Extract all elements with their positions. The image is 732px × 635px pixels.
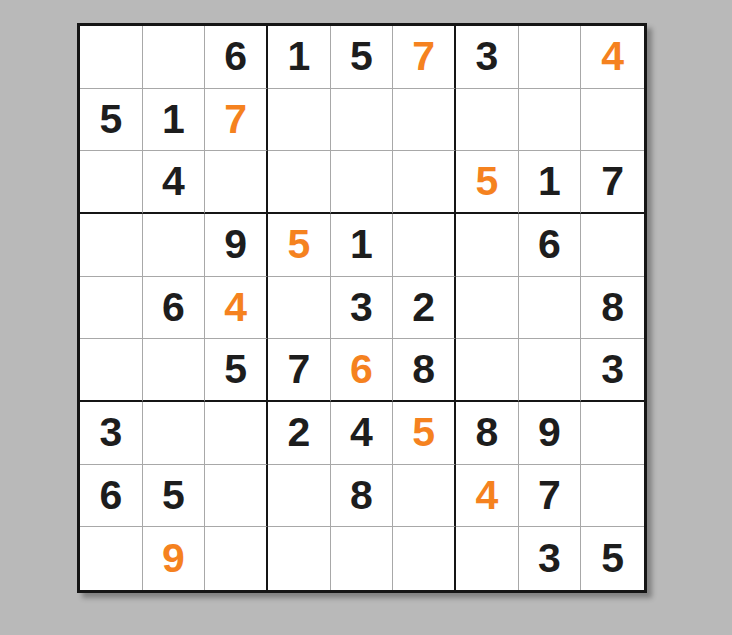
cell-r6c5[interactable]: 6	[331, 339, 394, 402]
cell-r4c1[interactable]	[80, 214, 143, 277]
cell-r7c2[interactable]	[143, 402, 206, 465]
cell-r2c1[interactable]: 5	[80, 89, 143, 152]
cell-r4c8[interactable]: 6	[519, 214, 582, 277]
cell-r8c2[interactable]: 5	[143, 465, 206, 528]
cell-r3c1[interactable]	[80, 151, 143, 214]
cell-r3c8[interactable]: 1	[519, 151, 582, 214]
page-background: 6157345174517951664328576833245896584793…	[0, 0, 732, 635]
cell-r6c7[interactable]	[456, 339, 519, 402]
cell-r4c5[interactable]: 1	[331, 214, 394, 277]
cell-r4c4[interactable]: 5	[268, 214, 331, 277]
cell-r1c4[interactable]: 1	[268, 26, 331, 89]
cell-r2c8[interactable]	[519, 89, 582, 152]
cell-r1c5[interactable]: 5	[331, 26, 394, 89]
cell-r8c3[interactable]	[205, 465, 268, 528]
cell-r1c8[interactable]	[519, 26, 582, 89]
cell-r2c4[interactable]	[268, 89, 331, 152]
sudoku-board: 6157345174517951664328576833245896584793…	[77, 23, 647, 593]
cell-r6c1[interactable]	[80, 339, 143, 402]
cell-r9c8[interactable]: 3	[519, 527, 582, 590]
cell-r6c6[interactable]: 8	[393, 339, 456, 402]
cell-r5c1[interactable]	[80, 277, 143, 340]
cell-r8c7[interactable]: 4	[456, 465, 519, 528]
cell-r3c3[interactable]	[205, 151, 268, 214]
cell-r5c5[interactable]: 3	[331, 277, 394, 340]
cell-r7c7[interactable]: 8	[456, 402, 519, 465]
cell-r6c8[interactable]	[519, 339, 582, 402]
cell-r8c6[interactable]	[393, 465, 456, 528]
cell-r3c9[interactable]: 7	[581, 151, 644, 214]
cell-r4c2[interactable]	[143, 214, 206, 277]
cell-r9c9[interactable]: 5	[581, 527, 644, 590]
cell-r3c4[interactable]	[268, 151, 331, 214]
cell-r5c8[interactable]	[519, 277, 582, 340]
cell-r8c4[interactable]	[268, 465, 331, 528]
cell-r7c5[interactable]: 4	[331, 402, 394, 465]
cell-r6c4[interactable]: 7	[268, 339, 331, 402]
cell-r5c3[interactable]: 4	[205, 277, 268, 340]
cell-r7c3[interactable]	[205, 402, 268, 465]
cell-r3c6[interactable]	[393, 151, 456, 214]
cell-r5c4[interactable]	[268, 277, 331, 340]
cell-r9c5[interactable]	[331, 527, 394, 590]
cell-r2c2[interactable]: 1	[143, 89, 206, 152]
cell-r4c7[interactable]	[456, 214, 519, 277]
cell-r1c6[interactable]: 7	[393, 26, 456, 89]
cell-r5c6[interactable]: 2	[393, 277, 456, 340]
cell-r7c8[interactable]: 9	[519, 402, 582, 465]
cell-r1c7[interactable]: 3	[456, 26, 519, 89]
cell-r2c5[interactable]	[331, 89, 394, 152]
cell-r7c4[interactable]: 2	[268, 402, 331, 465]
cell-r2c6[interactable]	[393, 89, 456, 152]
cell-r4c6[interactable]	[393, 214, 456, 277]
cell-r5c9[interactable]: 8	[581, 277, 644, 340]
cell-r8c5[interactable]: 8	[331, 465, 394, 528]
cell-r9c6[interactable]	[393, 527, 456, 590]
cell-r9c4[interactable]	[268, 527, 331, 590]
cell-r1c3[interactable]: 6	[205, 26, 268, 89]
cell-r4c9[interactable]	[581, 214, 644, 277]
cell-r6c9[interactable]: 3	[581, 339, 644, 402]
cell-r5c7[interactable]	[456, 277, 519, 340]
cell-r1c1[interactable]	[80, 26, 143, 89]
cell-r6c3[interactable]: 5	[205, 339, 268, 402]
cell-r7c1[interactable]: 3	[80, 402, 143, 465]
cell-r4c3[interactable]: 9	[205, 214, 268, 277]
cell-r3c5[interactable]	[331, 151, 394, 214]
cell-r8c1[interactable]: 6	[80, 465, 143, 528]
cell-r2c7[interactable]	[456, 89, 519, 152]
cell-r1c9[interactable]: 4	[581, 26, 644, 89]
cell-r9c7[interactable]	[456, 527, 519, 590]
cell-r7c6[interactable]: 5	[393, 402, 456, 465]
cell-r8c9[interactable]	[581, 465, 644, 528]
cell-r2c9[interactable]	[581, 89, 644, 152]
cell-r9c3[interactable]	[205, 527, 268, 590]
cell-r6c2[interactable]	[143, 339, 206, 402]
cell-r2c3[interactable]: 7	[205, 89, 268, 152]
cell-r3c2[interactable]: 4	[143, 151, 206, 214]
cell-r7c9[interactable]	[581, 402, 644, 465]
cell-r5c2[interactable]: 6	[143, 277, 206, 340]
cell-r1c2[interactable]	[143, 26, 206, 89]
cell-r9c2[interactable]: 9	[143, 527, 206, 590]
cell-r9c1[interactable]	[80, 527, 143, 590]
cell-r8c8[interactable]: 7	[519, 465, 582, 528]
cell-r3c7[interactable]: 5	[456, 151, 519, 214]
